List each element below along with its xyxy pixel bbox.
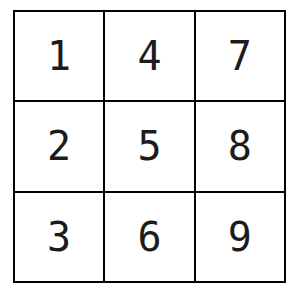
grid-cell-r2c3[interactable]: 8 [195,101,285,191]
grid-cell-r1c2[interactable]: 4 [104,11,194,101]
number-grid-board: 1 4 7 2 5 8 3 6 9 [13,10,286,283]
grid-cell-r3c3[interactable]: 9 [195,192,285,282]
grid-cell-r3c1[interactable]: 3 [14,192,104,282]
grid-cell-r3c2[interactable]: 6 [104,192,194,282]
grid-cell-r2c1[interactable]: 2 [14,101,104,191]
grid-cell-r2c2[interactable]: 5 [104,101,194,191]
grid-cell-r1c3[interactable]: 7 [195,11,285,101]
grid-cell-r1c1[interactable]: 1 [14,11,104,101]
